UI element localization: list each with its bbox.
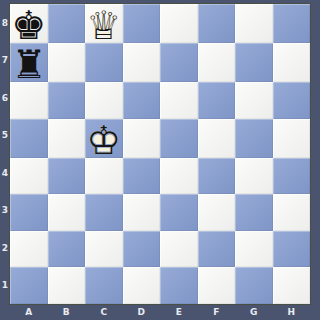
- board-grid: ♚♛♕♜♚♔: [10, 4, 310, 304]
- square-a7: ♜: [10, 43, 48, 82]
- rank-label-1: 1: [0, 267, 10, 305]
- square-a2: [10, 231, 48, 268]
- square-d6: [123, 82, 161, 119]
- square-f6: [198, 82, 236, 119]
- rank-label-5: 5: [0, 117, 10, 155]
- rank-label-6: 6: [0, 79, 10, 117]
- square-h2: [273, 231, 311, 268]
- square-a1: [10, 267, 48, 304]
- square-a6: [10, 82, 48, 119]
- square-d2: [123, 231, 161, 268]
- file-label-h: H: [273, 305, 311, 319]
- chess-diagram: ♚♛♕♜♚♔ 87654321 ABCDEFGH: [0, 0, 320, 320]
- square-e1: [160, 267, 198, 304]
- square-h7: [273, 43, 311, 82]
- square-c1: [85, 267, 123, 304]
- square-c3: [85, 194, 123, 231]
- square-g1: [235, 267, 273, 304]
- white-king-glyph: ♔: [86, 118, 121, 163]
- square-b6: [48, 82, 86, 119]
- rank-label-7: 7: [0, 42, 10, 80]
- square-g6: [235, 82, 273, 119]
- file-label-g: G: [235, 305, 273, 319]
- square-c8: ♛♕: [85, 4, 123, 43]
- rank-label-4: 4: [0, 154, 10, 192]
- square-h6: [273, 82, 311, 119]
- square-b2: [48, 231, 86, 268]
- file-label-e: E: [160, 305, 198, 319]
- square-b3: [48, 194, 86, 231]
- file-label-d: D: [123, 305, 161, 319]
- square-f2: [198, 231, 236, 268]
- square-b8: [48, 4, 86, 43]
- square-e8: [160, 4, 198, 43]
- square-g4: [235, 158, 273, 195]
- piece-black-king: ♚: [11, 6, 46, 45]
- square-g2: [235, 231, 273, 268]
- square-c4: [85, 158, 123, 195]
- square-b7: [48, 43, 86, 82]
- square-b1: [48, 267, 86, 304]
- piece-black-rook: ♜: [11, 45, 46, 84]
- file-label-b: B: [48, 305, 86, 319]
- piece-white-queen: ♛♕: [86, 6, 121, 45]
- piece-white-king: ♚♔: [86, 121, 121, 160]
- square-b5: [48, 119, 86, 158]
- white-queen-glyph: ♕: [86, 3, 121, 48]
- square-f3: [198, 194, 236, 231]
- file-label-a: A: [10, 305, 48, 319]
- square-f7: [198, 43, 236, 82]
- square-c7: [85, 43, 123, 82]
- square-g3: [235, 194, 273, 231]
- square-e4: [160, 158, 198, 195]
- square-h8: [273, 4, 311, 43]
- square-f5: [198, 119, 236, 158]
- rank-label-3: 3: [0, 192, 10, 230]
- square-g7: [235, 43, 273, 82]
- square-d8: [123, 4, 161, 43]
- square-e7: [160, 43, 198, 82]
- square-e2: [160, 231, 198, 268]
- square-d5: [123, 119, 161, 158]
- square-g8: [235, 4, 273, 43]
- square-e5: [160, 119, 198, 158]
- square-c6: [85, 82, 123, 119]
- square-e3: [160, 194, 198, 231]
- square-d1: [123, 267, 161, 304]
- square-e6: [160, 82, 198, 119]
- square-b4: [48, 158, 86, 195]
- file-label-f: F: [198, 305, 236, 319]
- square-d7: [123, 43, 161, 82]
- file-label-c: C: [85, 305, 123, 319]
- square-f1: [198, 267, 236, 304]
- rank-label-2: 2: [0, 229, 10, 267]
- square-a5: [10, 119, 48, 158]
- square-d3: [123, 194, 161, 231]
- square-d4: [123, 158, 161, 195]
- square-f4: [198, 158, 236, 195]
- square-c5: ♚♔: [85, 119, 123, 158]
- square-c2: [85, 231, 123, 268]
- square-h1: [273, 267, 311, 304]
- square-h4: [273, 158, 311, 195]
- square-h5: [273, 119, 311, 158]
- square-g5: [235, 119, 273, 158]
- black-rook-glyph: ♜: [11, 42, 46, 87]
- square-a8: ♚: [10, 4, 48, 43]
- square-h3: [273, 194, 311, 231]
- square-a3: [10, 194, 48, 231]
- rank-label-8: 8: [0, 4, 10, 42]
- square-f8: [198, 4, 236, 43]
- square-a4: [10, 158, 48, 195]
